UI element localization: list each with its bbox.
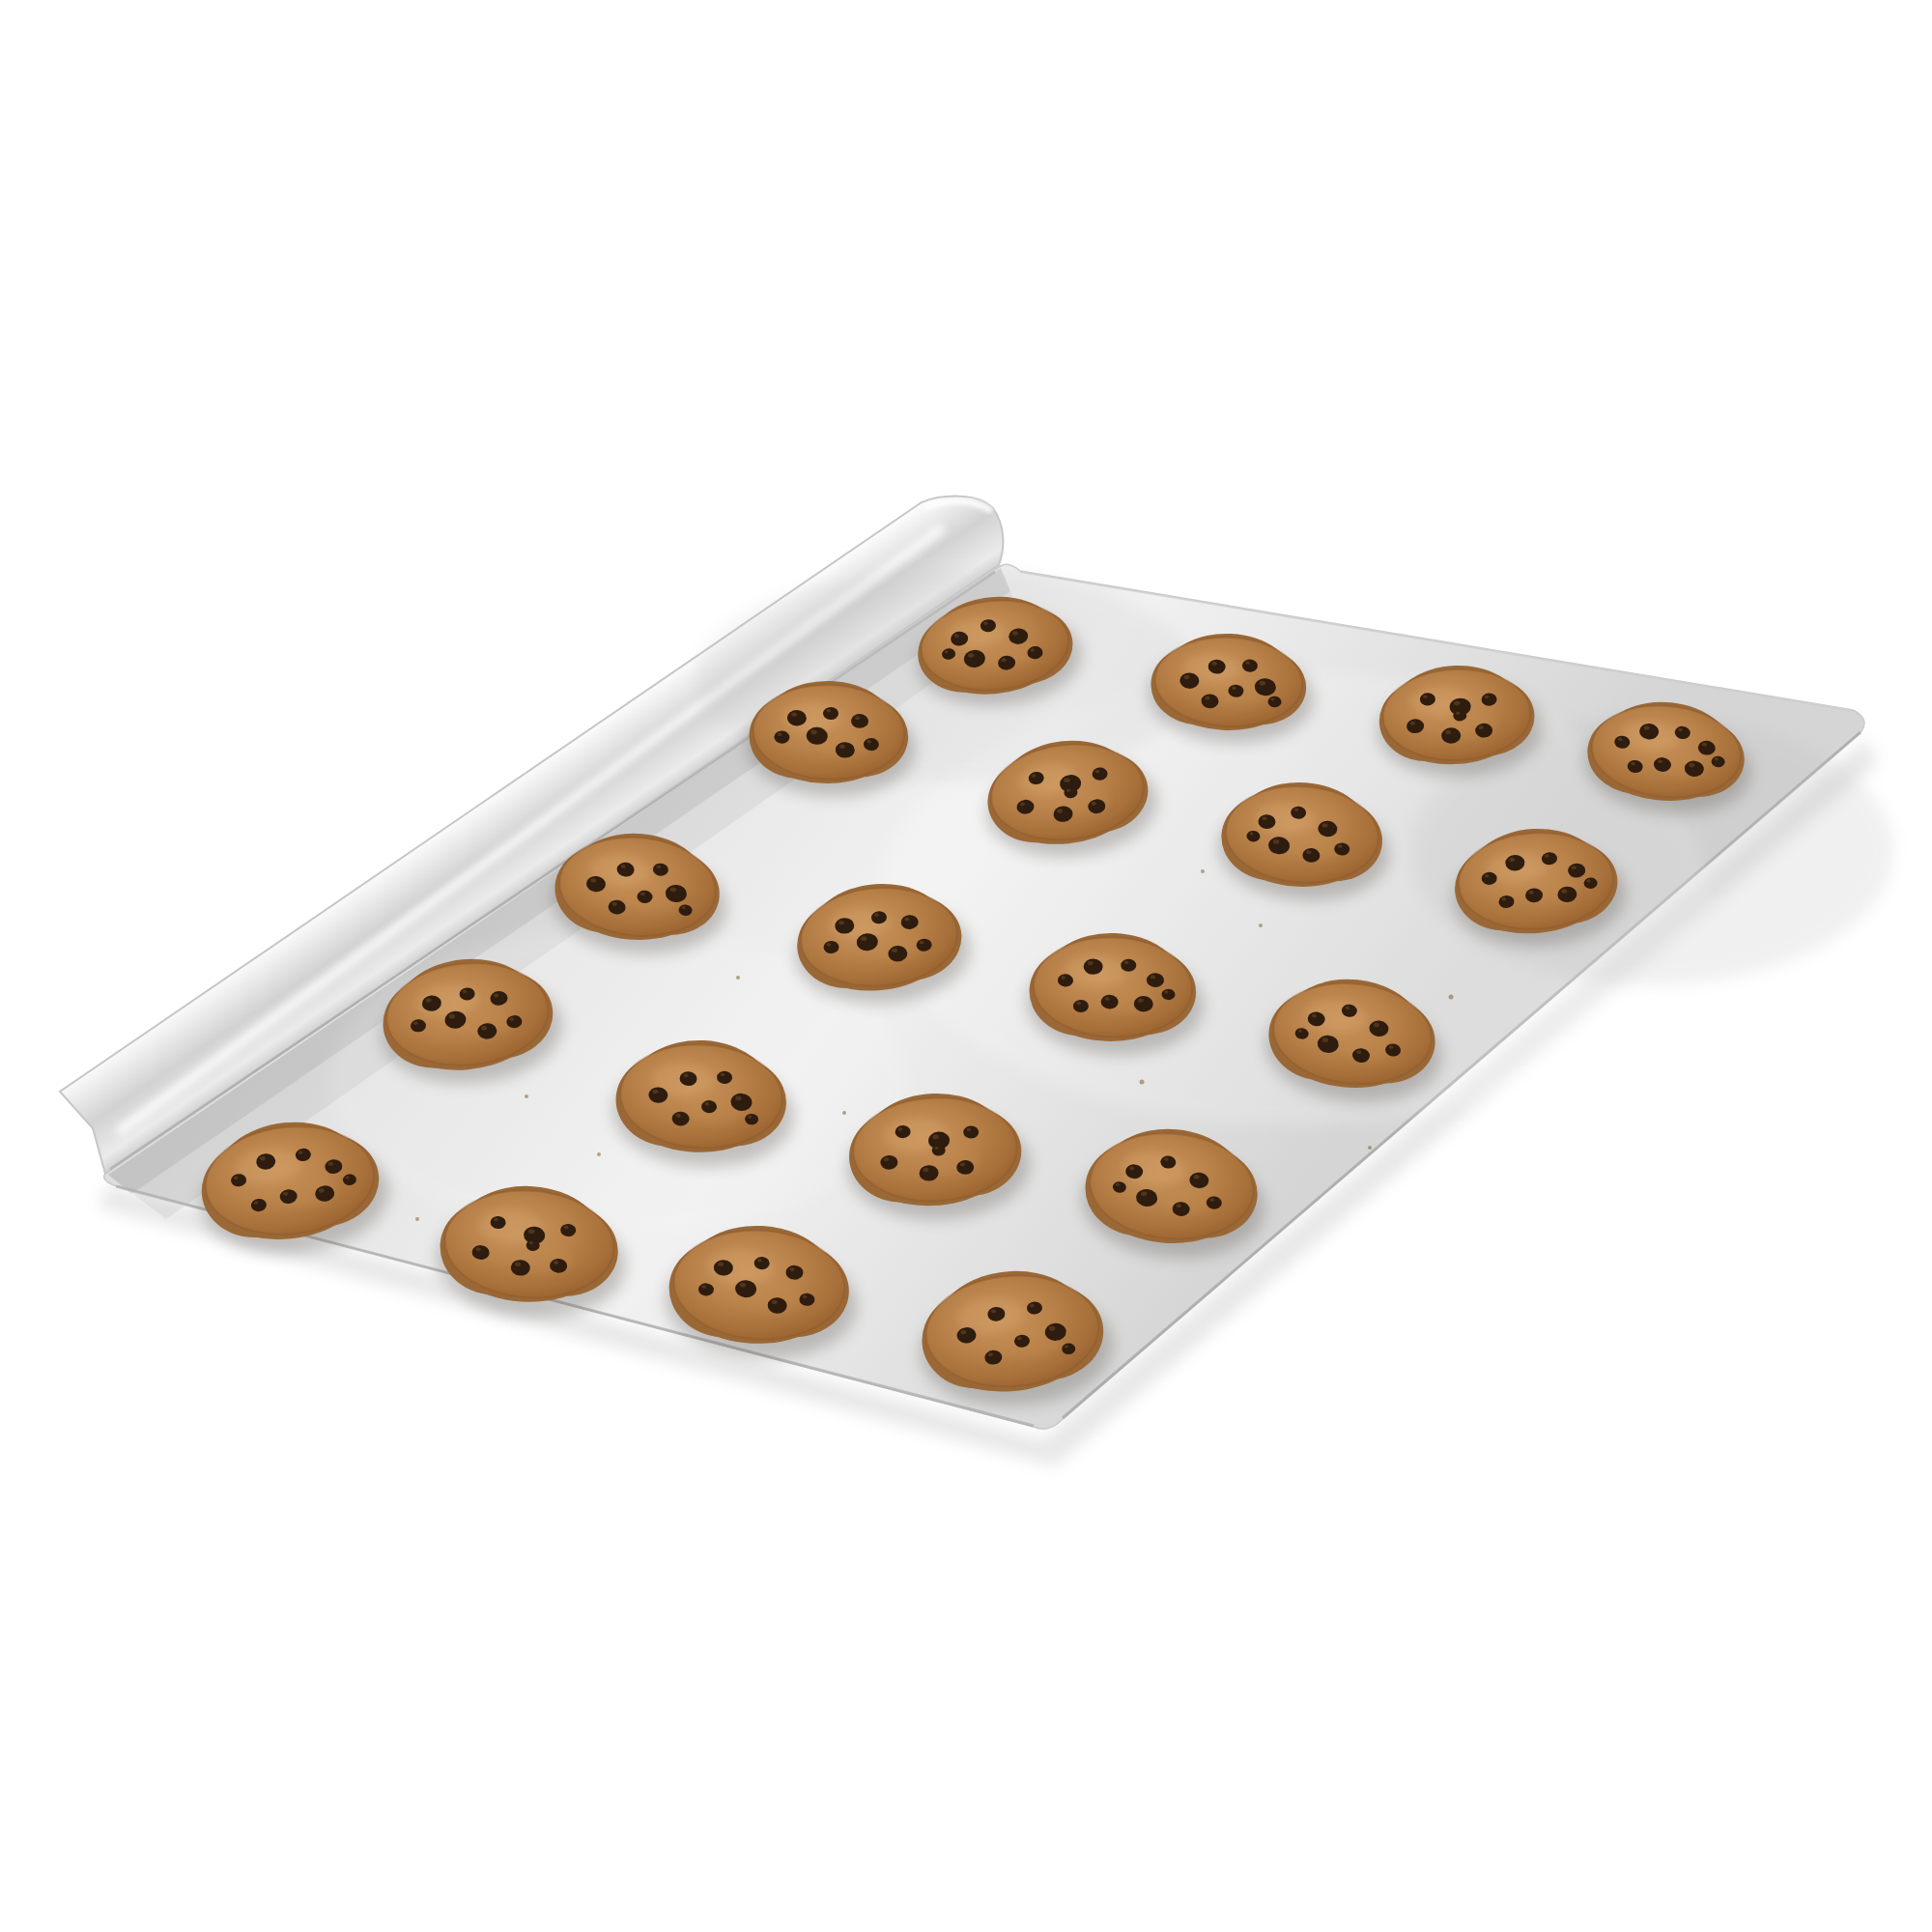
crumb bbox=[1140, 1080, 1145, 1085]
scene-svg bbox=[0, 0, 1932, 1932]
crumb bbox=[597, 1152, 601, 1156]
crumb bbox=[415, 1217, 419, 1221]
crumb bbox=[1449, 995, 1454, 1000]
crumb bbox=[1201, 869, 1205, 873]
crumb bbox=[1259, 923, 1263, 927]
cookie-sheet-photo bbox=[0, 0, 1932, 1932]
crumb bbox=[736, 976, 740, 980]
crumb bbox=[525, 1094, 528, 1098]
crumb bbox=[842, 1111, 846, 1115]
crumb bbox=[1368, 1146, 1372, 1150]
